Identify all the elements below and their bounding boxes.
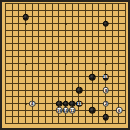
black-stone-Q8[interactable]: 15 bbox=[102, 74, 109, 81]
go-board[interactable]: 15841121614126 bbox=[0, 0, 130, 130]
black-stone-K4[interactable] bbox=[62, 101, 69, 108]
black-stone-O8[interactable] bbox=[89, 74, 96, 81]
go-diagram: 15841121614126 bbox=[0, 0, 130, 130]
move-number: 2 bbox=[104, 102, 106, 106]
white-stone-S3[interactable]: 6 bbox=[116, 107, 123, 114]
black-stone-Q2[interactable] bbox=[102, 114, 109, 121]
white-stone-Q6[interactable]: 8 bbox=[102, 87, 109, 94]
move-number: 8 bbox=[104, 89, 106, 93]
move-number: 15 bbox=[103, 75, 108, 79]
black-stone-L4[interactable] bbox=[69, 101, 76, 108]
black-stone-J4[interactable] bbox=[56, 101, 63, 108]
white-stone-J3[interactable]: 16 bbox=[56, 107, 63, 114]
black-stone-M4[interactable]: 11 bbox=[76, 101, 83, 108]
black-stone-M6[interactable] bbox=[76, 87, 83, 94]
white-stone-L3[interactable]: 12 bbox=[69, 107, 76, 114]
black-stone-O3[interactable] bbox=[89, 107, 96, 114]
move-number: 12 bbox=[70, 109, 75, 113]
white-stone-K3[interactable]: 14 bbox=[62, 107, 69, 114]
white-stone-Q4[interactable]: 2 bbox=[102, 101, 109, 108]
move-number: 4 bbox=[31, 102, 33, 106]
white-stone-E4[interactable]: 4 bbox=[29, 101, 36, 108]
move-number: 14 bbox=[63, 109, 68, 113]
black-stone-Q16[interactable] bbox=[102, 21, 109, 28]
move-number: 11 bbox=[77, 102, 82, 106]
move-number: 16 bbox=[57, 109, 62, 113]
move-number: 6 bbox=[118, 109, 120, 113]
black-stone-D17[interactable] bbox=[22, 14, 29, 21]
